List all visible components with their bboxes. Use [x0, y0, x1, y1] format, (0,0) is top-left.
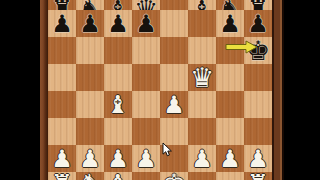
black-pawn[interactable]: ♟	[135, 12, 157, 36]
square-c1[interactable]: ♝	[104, 172, 132, 180]
square-a6[interactable]	[48, 37, 76, 64]
black-pawn[interactable]: ♟	[219, 12, 241, 36]
square-c7[interactable]: ♟	[104, 10, 132, 37]
black-bishop[interactable]: ♝	[191, 0, 213, 10]
white-rook[interactable]: ♜	[51, 171, 73, 180]
square-f5[interactable]: ♛	[188, 64, 216, 91]
black-rook[interactable]: ♜	[51, 0, 73, 10]
square-b6[interactable]	[76, 37, 104, 64]
square-c2[interactable]: ♟	[104, 145, 132, 172]
square-h5[interactable]	[244, 64, 272, 91]
square-d6[interactable]	[132, 37, 160, 64]
square-b7[interactable]: ♟	[76, 10, 104, 37]
square-d7[interactable]: ♟	[132, 10, 160, 37]
square-f4[interactable]	[188, 91, 216, 118]
white-pawn[interactable]: ♟	[135, 147, 157, 171]
video-frame: ♜♞♝♛♝♞♜♟♟♟♟♟♟♚♛♝♟♟♟♟♟♟♟♟♜♞♝♚♜	[0, 0, 320, 180]
square-c4[interactable]: ♝	[104, 91, 132, 118]
square-h7[interactable]: ♟	[244, 10, 272, 37]
square-g8[interactable]: ♞	[216, 0, 244, 10]
square-b3[interactable]	[76, 118, 104, 145]
square-d8[interactable]: ♛	[132, 0, 160, 10]
square-c6[interactable]	[104, 37, 132, 64]
board-frame-right	[272, 0, 284, 180]
black-pawn[interactable]: ♟	[51, 12, 73, 36]
black-rook[interactable]: ♜	[247, 0, 269, 10]
square-h3[interactable]	[244, 118, 272, 145]
black-pawn[interactable]: ♟	[79, 12, 101, 36]
black-knight[interactable]: ♞	[79, 0, 101, 10]
black-knight[interactable]: ♞	[219, 0, 241, 10]
square-d2[interactable]: ♟	[132, 145, 160, 172]
white-pawn[interactable]: ♟	[51, 147, 73, 171]
square-c5[interactable]	[104, 64, 132, 91]
square-h8[interactable]: ♜	[244, 0, 272, 10]
black-pawn[interactable]: ♟	[107, 12, 129, 36]
square-h2[interactable]: ♟	[244, 145, 272, 172]
white-king[interactable]: ♚	[162, 170, 186, 180]
square-a7[interactable]: ♟	[48, 10, 76, 37]
square-f7[interactable]	[188, 10, 216, 37]
white-bishop[interactable]: ♝	[107, 171, 129, 180]
square-b5[interactable]	[76, 64, 104, 91]
square-e8[interactable]	[160, 0, 188, 10]
square-a5[interactable]	[48, 64, 76, 91]
square-c3[interactable]	[104, 118, 132, 145]
black-king[interactable]: ♚	[246, 37, 270, 64]
square-h1[interactable]: ♜	[244, 172, 272, 180]
white-bishop[interactable]: ♝	[107, 92, 129, 117]
square-g2[interactable]: ♟	[216, 145, 244, 172]
square-e1[interactable]: ♚	[160, 172, 188, 180]
square-f3[interactable]	[188, 118, 216, 145]
black-bishop[interactable]: ♝	[107, 0, 129, 10]
square-e4[interactable]: ♟	[160, 91, 188, 118]
square-g5[interactable]	[216, 64, 244, 91]
square-a3[interactable]	[48, 118, 76, 145]
square-a8[interactable]: ♜	[48, 0, 76, 10]
square-d5[interactable]	[132, 64, 160, 91]
square-a4[interactable]	[48, 91, 76, 118]
square-g1[interactable]	[216, 172, 244, 180]
square-g6[interactable]	[216, 37, 244, 64]
white-knight[interactable]: ♞	[79, 171, 101, 180]
white-pawn[interactable]: ♟	[107, 147, 129, 171]
square-g4[interactable]	[216, 91, 244, 118]
black-pawn[interactable]: ♟	[247, 12, 269, 36]
square-c8[interactable]: ♝	[104, 0, 132, 10]
white-pawn[interactable]: ♟	[163, 93, 185, 117]
square-g7[interactable]: ♟	[216, 10, 244, 37]
square-h6[interactable]: ♚	[244, 37, 272, 64]
square-e5[interactable]	[160, 64, 188, 91]
square-a1[interactable]: ♜	[48, 172, 76, 180]
square-d4[interactable]	[132, 91, 160, 118]
square-h4[interactable]	[244, 91, 272, 118]
square-f8[interactable]: ♝	[188, 0, 216, 10]
square-f1[interactable]	[188, 172, 216, 180]
square-f6[interactable]	[188, 37, 216, 64]
chess-board[interactable]: ♜♞♝♛♝♞♜♟♟♟♟♟♟♚♛♝♟♟♟♟♟♟♟♟♜♞♝♚♜	[48, 0, 272, 180]
square-b8[interactable]: ♞	[76, 0, 104, 10]
square-b2[interactable]: ♟	[76, 145, 104, 172]
square-e6[interactable]	[160, 37, 188, 64]
square-b4[interactable]	[76, 91, 104, 118]
square-f2[interactable]: ♟	[188, 145, 216, 172]
white-rook[interactable]: ♜	[247, 171, 269, 180]
square-e7[interactable]	[160, 10, 188, 37]
square-a2[interactable]: ♟	[48, 145, 76, 172]
square-g3[interactable]	[216, 118, 244, 145]
white-pawn[interactable]: ♟	[79, 147, 101, 171]
square-d1[interactable]	[132, 172, 160, 180]
black-queen[interactable]: ♛	[134, 0, 158, 10]
white-queen[interactable]: ♛	[190, 64, 214, 91]
white-pawn[interactable]: ♟	[219, 147, 241, 171]
square-e3[interactable]	[160, 118, 188, 145]
square-b1[interactable]: ♞	[76, 172, 104, 180]
white-pawn[interactable]: ♟	[247, 147, 269, 171]
board-frame-left	[40, 0, 48, 180]
white-pawn[interactable]: ♟	[191, 147, 213, 171]
square-d3[interactable]	[132, 118, 160, 145]
